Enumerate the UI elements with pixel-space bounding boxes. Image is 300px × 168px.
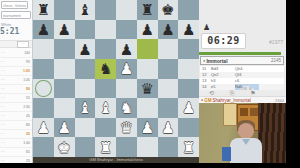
square-d3[interactable]: ♝ [95, 98, 116, 118]
square-c1[interactable] [75, 137, 96, 157]
square-d6[interactable] [95, 39, 116, 59]
black-bishop-c8[interactable]: ♝ [78, 2, 91, 17]
sidebar-list: ···140···95···1:05···1:45···90···55···2:… [0, 49, 33, 163]
black-pawn-h7[interactable]: ♟ [182, 22, 195, 37]
square-c4[interactable] [75, 79, 96, 99]
sidebar-list-item[interactable]: ···55 [0, 94, 33, 103]
square-b7[interactable]: ♟ [54, 20, 75, 40]
online-dot-icon: ● [203, 58, 205, 63]
square-b8[interactable] [54, 0, 75, 20]
item-value: 1:40 [23, 139, 30, 147]
square-f1[interactable] [137, 137, 158, 157]
black-pawn-f7[interactable]: ♟ [140, 22, 153, 37]
item-label: ··· [1, 76, 5, 84]
square-a5[interactable] [33, 59, 54, 79]
square-g4[interactable] [158, 79, 179, 99]
square-d2[interactable] [95, 118, 116, 138]
square-d5[interactable]: ♞ [95, 59, 116, 79]
square-c2[interactable] [75, 118, 96, 138]
square-b3[interactable] [54, 98, 75, 118]
square-g8[interactable]: ♚ [158, 0, 179, 20]
square-h7[interactable]: ♟ [178, 20, 199, 40]
screen-black-edge-bottom [0, 163, 300, 168]
square-a4[interactable] [33, 79, 54, 99]
white-player-row[interactable]: ● Immortal 2145 [200, 56, 284, 65]
webcam-cabinet [223, 103, 237, 126]
time-progress-bar [199, 52, 281, 55]
square-e7[interactable] [116, 20, 137, 40]
square-d8[interactable] [95, 0, 116, 20]
white-rook-d1[interactable]: ♜ [99, 140, 112, 155]
sidebar-clock: 5:21 [0, 27, 19, 36]
black-pawn-icon: ♟ [203, 23, 210, 32]
sidebar-list-item[interactable]: ···80 [0, 121, 33, 130]
square-d4[interactable] [95, 79, 116, 99]
item-label: ··· [1, 148, 5, 156]
black-pawn-b7[interactable]: ♟ [57, 22, 70, 37]
item-label: ··· [1, 130, 5, 138]
black-pawn-c6[interactable]: ♟ [78, 42, 91, 57]
square-f2[interactable]: ♟ [137, 118, 158, 138]
sidebar-list-item[interactable]: ···90 [0, 85, 33, 94]
square-f7[interactable]: ♟ [137, 20, 158, 40]
black-pawn-g7[interactable]: ♟ [161, 22, 174, 37]
square-a7[interactable]: ♟ [33, 20, 54, 40]
black-knight-d5[interactable]: ♞ [99, 61, 112, 76]
item-value: 140 [24, 49, 30, 57]
chess-board[interactable]: ♜♝♜♚♟♟♟♟♟♟♟♞♟♛♝♝♞♟♟♟♛♟♟♚♜♜ [33, 0, 199, 157]
item-value: 30 [26, 130, 30, 138]
square-f6[interactable] [137, 39, 158, 59]
white-player-name: Immortal [206, 58, 271, 64]
white-pawn-a2[interactable]: ♟ [37, 120, 50, 135]
square-g6[interactable] [158, 39, 179, 59]
item-label: ··· [1, 58, 5, 66]
black-queen-f4[interactable]: ♛ [140, 81, 153, 96]
game-panel: ♟ 06:29 #1977 ● Immortal 2145 #WB11Bd3Qh… [199, 0, 286, 103]
square-e2[interactable]: ♛ [116, 118, 137, 138]
webcam-feed [199, 103, 286, 163]
webcam-curtain [258, 103, 286, 163]
sidebar-tab-chip-2[interactable]: tournament [1, 11, 31, 19]
move-list[interactable]: #WB11Bd3Qh412Qe2Qf413h3c614e5Nd5 [200, 66, 284, 90]
square-g1[interactable] [158, 137, 179, 157]
item-label: ··· [1, 49, 5, 57]
item-label: ··· [1, 121, 5, 129]
square-g7[interactable]: ♟ [158, 20, 179, 40]
square-f5[interactable] [137, 59, 158, 79]
square-a6[interactable] [33, 39, 54, 59]
square-b5[interactable] [54, 59, 75, 79]
item-value: 65 [26, 148, 30, 156]
item-value: 45 [26, 112, 30, 120]
black-rook-f8[interactable]: ♜ [140, 2, 153, 17]
square-b2[interactable]: ♟ [54, 118, 75, 138]
square-e6[interactable]: ♟ [116, 39, 137, 59]
square-b1[interactable]: ♚ [54, 137, 75, 157]
item-value: 1:45 [23, 76, 30, 84]
square-b6[interactable] [54, 39, 75, 59]
square-h5[interactable] [178, 59, 199, 79]
item-label: ··· [1, 67, 5, 75]
item-label: ··· [1, 85, 5, 93]
square-h4[interactable] [178, 79, 199, 99]
square-a8[interactable]: ♜ [33, 0, 54, 20]
opponent-rating: 2344 [275, 98, 284, 103]
square-h8[interactable] [178, 0, 199, 20]
white-queen-e2[interactable]: ♛ [120, 120, 133, 135]
online-dot-icon: ● [201, 98, 203, 102]
square-c8[interactable]: ♝ [75, 0, 96, 20]
square-c3[interactable]: ♝ [75, 98, 96, 118]
square-e8[interactable] [116, 0, 137, 20]
square-e1[interactable] [116, 137, 137, 157]
sidebar-list-item[interactable]: ···1:05 [0, 67, 33, 76]
square-e4[interactable] [116, 79, 137, 99]
item-value: 1:05 [23, 67, 30, 75]
left-sidebar: chess - lichess tournament White 5:21 ··… [0, 0, 33, 163]
square-h6[interactable] [178, 39, 199, 59]
item-value: 95 [26, 58, 30, 66]
square-h3[interactable]: ♟ [178, 98, 199, 118]
sidebar-list-item[interactable]: ···65 [0, 148, 33, 157]
square-g3[interactable] [158, 98, 179, 118]
square-g2[interactable]: ♟ [158, 118, 179, 138]
square-c7[interactable] [75, 20, 96, 40]
square-d7[interactable] [95, 20, 116, 40]
white-bishop-c3[interactable]: ♝ [78, 100, 91, 115]
square-a1[interactable] [33, 137, 54, 157]
white-king-b1[interactable]: ♚ [57, 140, 70, 155]
square-b4[interactable] [54, 79, 75, 99]
sidebar-tab-chip[interactable]: chess - lichess [1, 1, 28, 9]
square-c6[interactable]: ♟ [75, 39, 96, 59]
black-king-g8[interactable]: ♚ [161, 2, 174, 17]
item-label: ··· [1, 112, 5, 120]
item-label: ··· [1, 103, 5, 111]
square-e3[interactable]: ♞ [116, 98, 137, 118]
square-e5[interactable]: ♟ [116, 59, 137, 79]
white-bishop-d3[interactable]: ♝ [99, 100, 112, 115]
square-d1[interactable]: ♜ [95, 137, 116, 157]
sidebar-list-item[interactable]: ···45 [0, 112, 33, 121]
sidebar-list-item[interactable]: ···1:45 [0, 76, 33, 85]
sidebar-list-item[interactable]: ···1:40 [0, 139, 33, 148]
item-value: 2:30 [23, 103, 30, 111]
active-clock: 06:29 [201, 33, 246, 49]
item-label: ··· [1, 139, 5, 147]
annotation-circle [35, 80, 52, 98]
sidebar-mini-button[interactable]: ··· [17, 41, 29, 48]
square-c5[interactable] [75, 59, 96, 79]
item-value: 80 [26, 121, 30, 129]
gm-title-badge: GM [204, 98, 211, 103]
sidebar-list-item[interactable]: ···140 [0, 49, 33, 58]
screen-black-edge-right [286, 0, 300, 168]
white-pawn-g2[interactable]: ♟ [161, 120, 174, 135]
square-f3[interactable] [137, 98, 158, 118]
sidebar-list-item[interactable]: ···95 [0, 58, 33, 67]
webcam-blue-object [222, 147, 231, 161]
square-h2[interactable] [178, 118, 199, 138]
white-pawn-b2[interactable]: ♟ [57, 120, 70, 135]
white-pawn-h3[interactable]: ♟ [182, 100, 195, 115]
black-pawn-a7[interactable]: ♟ [37, 22, 50, 37]
white-player-rating: 2145 [271, 58, 281, 63]
sidebar-list-item[interactable]: ···2:30 [0, 103, 33, 112]
black-pawn-e6[interactable]: ♟ [120, 42, 133, 57]
square-g5[interactable] [158, 59, 179, 79]
square-a3[interactable] [33, 98, 54, 118]
square-f8[interactable]: ♜ [137, 0, 158, 20]
item-label: ··· [1, 94, 5, 102]
item-value: 90 [26, 85, 30, 93]
white-rook-h1[interactable]: ♜ [182, 140, 195, 155]
game-number: #1977 [253, 39, 283, 45]
opponent-player-row[interactable]: ● GM Shahryar_Immortal 2344 [199, 96, 286, 103]
white-knight-e3[interactable]: ♞ [120, 100, 133, 115]
white-pawn-e5[interactable]: ♟ [120, 61, 133, 76]
item-value: 55 [26, 94, 30, 102]
webcam-person-face [238, 123, 254, 139]
square-h1[interactable]: ♜ [178, 137, 199, 157]
square-f4[interactable]: ♛ [137, 79, 158, 99]
opponent-name: Shahryar_Immortal [212, 98, 275, 103]
sidebar-list-item[interactable]: ···30 [0, 130, 33, 139]
white-pawn-f2[interactable]: ♟ [140, 120, 153, 135]
black-rook-a8[interactable]: ♜ [37, 2, 50, 17]
square-a2[interactable]: ♟ [33, 118, 54, 138]
